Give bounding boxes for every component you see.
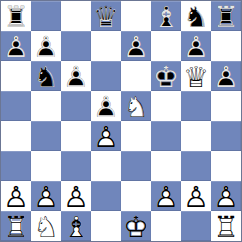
white-rook-outline-icon: ♖ <box>1 212 31 242</box>
piece-black-pawn[interactable]: ♟♙ <box>31 31 61 61</box>
black-pawn-outline-icon: ♙ <box>61 62 91 92</box>
white-knight-outline-icon: ♘ <box>121 92 151 122</box>
square-h2[interactable]: ♟♙ <box>211 181 241 211</box>
piece-black-queen[interactable]: ♛♕ <box>91 1 121 31</box>
white-queen-outline-icon: ♕ <box>181 62 211 92</box>
square-f6[interactable]: ♚♔ <box>151 61 181 91</box>
square-h4[interactable] <box>211 121 241 151</box>
black-bishop-outline-icon: ♗ <box>151 2 181 32</box>
square-h7[interactable] <box>211 31 241 61</box>
square-d4[interactable]: ♟♙ <box>91 121 121 151</box>
square-a2[interactable]: ♟♙ <box>1 181 31 211</box>
square-e5[interactable]: ♞♘ <box>121 91 151 121</box>
square-e8[interactable] <box>121 1 151 31</box>
square-b4[interactable] <box>31 121 61 151</box>
square-g5[interactable] <box>181 91 211 121</box>
square-f4[interactable] <box>151 121 181 151</box>
white-pawn-outline-icon: ♙ <box>31 182 61 212</box>
square-g2[interactable]: ♟♙ <box>181 181 211 211</box>
piece-black-knight[interactable]: ♞♘ <box>31 61 61 91</box>
piece-black-knight[interactable]: ♞♘ <box>181 1 211 31</box>
square-g7[interactable]: ♟♙ <box>181 31 211 61</box>
square-h5[interactable] <box>211 91 241 121</box>
square-a3[interactable] <box>1 151 31 181</box>
piece-white-pawn[interactable]: ♟♙ <box>181 181 211 211</box>
square-a6[interactable] <box>1 61 31 91</box>
white-pawn-outline-icon: ♙ <box>151 182 181 212</box>
black-rook-outline-icon: ♖ <box>211 2 241 32</box>
white-pawn-outline-icon: ♙ <box>211 182 241 212</box>
piece-white-pawn[interactable]: ♟♙ <box>1 181 31 211</box>
piece-white-pawn[interactable]: ♟♙ <box>31 181 61 211</box>
piece-black-pawn[interactable]: ♟♙ <box>61 61 91 91</box>
piece-white-pawn[interactable]: ♟♙ <box>211 181 241 211</box>
square-b2[interactable]: ♟♙ <box>31 181 61 211</box>
black-pawn-outline-icon: ♙ <box>181 32 211 62</box>
piece-black-king[interactable]: ♚♔ <box>151 61 181 91</box>
square-b8[interactable] <box>31 1 61 31</box>
square-d1[interactable] <box>91 211 121 241</box>
black-pawn-outline-icon: ♙ <box>211 62 241 92</box>
square-c3[interactable] <box>61 151 91 181</box>
black-pawn-outline-icon: ♙ <box>121 32 151 62</box>
square-g6[interactable]: ♛♕ <box>181 61 211 91</box>
square-c6[interactable]: ♟♙ <box>61 61 91 91</box>
square-a5[interactable] <box>1 91 31 121</box>
square-e4[interactable] <box>121 121 151 151</box>
black-pawn-outline-icon: ♙ <box>91 92 121 122</box>
square-a1[interactable]: ♜♖ <box>1 211 31 241</box>
white-king-outline-icon: ♔ <box>121 212 151 242</box>
piece-white-knight[interactable]: ♞♘ <box>31 211 61 241</box>
piece-white-knight[interactable]: ♞♘ <box>121 91 151 121</box>
square-e2[interactable] <box>121 181 151 211</box>
square-e1[interactable]: ♚♔ <box>121 211 151 241</box>
piece-white-pawn[interactable]: ♟♙ <box>151 181 181 211</box>
square-c7[interactable] <box>61 31 91 61</box>
piece-black-rook[interactable]: ♜♖ <box>211 1 241 31</box>
square-d3[interactable] <box>91 151 121 181</box>
square-g4[interactable] <box>181 121 211 151</box>
piece-black-bishop[interactable]: ♝♗ <box>151 1 181 31</box>
square-e3[interactable] <box>121 151 151 181</box>
black-pawn-outline-icon: ♙ <box>31 32 61 62</box>
white-pawn-outline-icon: ♙ <box>61 182 91 212</box>
square-h3[interactable] <box>211 151 241 181</box>
square-f3[interactable] <box>151 151 181 181</box>
piece-black-pawn[interactable]: ♟♙ <box>91 91 121 121</box>
black-knight-outline-icon: ♘ <box>181 2 211 32</box>
piece-black-pawn[interactable]: ♟♙ <box>181 31 211 61</box>
white-rook-outline-icon: ♖ <box>211 212 241 242</box>
square-a8[interactable]: ♜♖ <box>1 1 31 31</box>
square-f7[interactable] <box>151 31 181 61</box>
square-d5[interactable]: ♟♙ <box>91 91 121 121</box>
piece-white-bishop[interactable]: ♝♗ <box>61 211 91 241</box>
white-pawn-outline-icon: ♙ <box>181 182 211 212</box>
black-rook-outline-icon: ♖ <box>1 2 31 32</box>
square-c2[interactable]: ♟♙ <box>61 181 91 211</box>
square-c5[interactable] <box>61 91 91 121</box>
square-e7[interactable]: ♟♙ <box>121 31 151 61</box>
square-a7[interactable]: ♟♙ <box>1 31 31 61</box>
white-pawn-outline-icon: ♙ <box>1 182 31 212</box>
square-g1[interactable] <box>181 211 211 241</box>
piece-white-pawn[interactable]: ♟♙ <box>91 121 121 151</box>
square-b7[interactable]: ♟♙ <box>31 31 61 61</box>
black-queen-outline-icon: ♕ <box>91 2 121 32</box>
square-d8[interactable]: ♛♕ <box>91 1 121 31</box>
square-d2[interactable] <box>91 181 121 211</box>
piece-white-king[interactable]: ♚♔ <box>121 211 151 241</box>
piece-black-pawn[interactable]: ♟♙ <box>1 31 31 61</box>
square-f2[interactable]: ♟♙ <box>151 181 181 211</box>
piece-white-pawn[interactable]: ♟♙ <box>61 181 91 211</box>
chess-board: ♜♖♛♕♝♗♞♘♜♖♟♙♟♙♟♙♟♙♞♘♟♙♚♔♛♕♟♙♟♙♞♘♟♙♟♙♟♙♟♙… <box>0 0 242 242</box>
square-f5[interactable] <box>151 91 181 121</box>
black-pawn-outline-icon: ♙ <box>1 32 31 62</box>
square-f8[interactable]: ♝♗ <box>151 1 181 31</box>
piece-black-rook[interactable]: ♜♖ <box>1 1 31 31</box>
square-e6[interactable] <box>121 61 151 91</box>
piece-white-rook[interactable]: ♜♖ <box>1 211 31 241</box>
square-h1[interactable]: ♜♖ <box>211 211 241 241</box>
piece-black-pawn[interactable]: ♟♙ <box>121 31 151 61</box>
square-d6[interactable] <box>91 61 121 91</box>
square-c8[interactable] <box>61 1 91 31</box>
piece-white-rook[interactable]: ♜♖ <box>211 211 241 241</box>
square-b1[interactable]: ♞♘ <box>31 211 61 241</box>
piece-black-pawn[interactable]: ♟♙ <box>211 61 241 91</box>
piece-white-queen[interactable]: ♛♕ <box>181 61 211 91</box>
black-knight-outline-icon: ♘ <box>31 62 61 92</box>
square-c1[interactable]: ♝♗ <box>61 211 91 241</box>
white-pawn-outline-icon: ♙ <box>91 122 121 152</box>
square-f1[interactable] <box>151 211 181 241</box>
square-c4[interactable] <box>61 121 91 151</box>
square-g3[interactable] <box>181 151 211 181</box>
black-king-outline-icon: ♔ <box>151 62 181 92</box>
square-b3[interactable] <box>31 151 61 181</box>
square-h6[interactable]: ♟♙ <box>211 61 241 91</box>
square-h8[interactable]: ♜♖ <box>211 1 241 31</box>
square-b5[interactable] <box>31 91 61 121</box>
square-g8[interactable]: ♞♘ <box>181 1 211 31</box>
square-d7[interactable] <box>91 31 121 61</box>
white-bishop-outline-icon: ♗ <box>61 212 91 242</box>
square-b6[interactable]: ♞♘ <box>31 61 61 91</box>
white-knight-outline-icon: ♘ <box>31 212 61 242</box>
square-a4[interactable] <box>1 121 31 151</box>
